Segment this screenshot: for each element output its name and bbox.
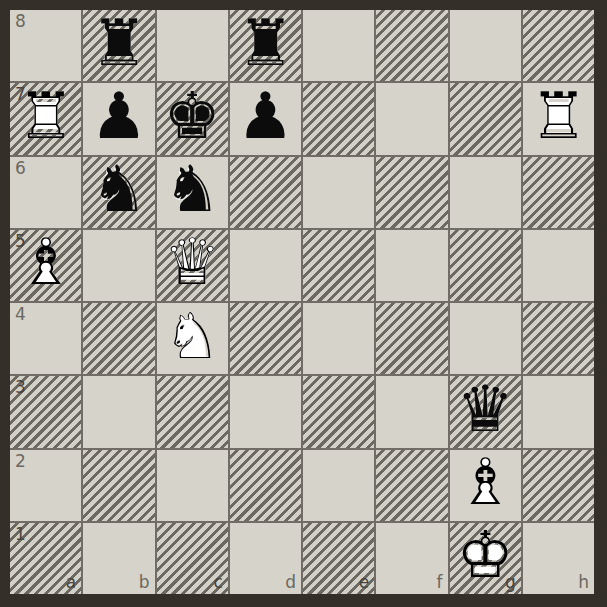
square-g1[interactable]: g♚♔ <box>450 523 521 594</box>
square-e4[interactable] <box>303 303 374 374</box>
rank-label-1: 1 <box>15 526 26 543</box>
square-g2[interactable]: ♝♗ <box>450 450 521 521</box>
black-pawn[interactable]: ♙♟ <box>83 83 154 154</box>
black-rook-glyph: ♜ <box>90 11 147 75</box>
square-f2[interactable] <box>376 450 447 521</box>
square-g7[interactable] <box>450 83 521 154</box>
black-king[interactable]: ♔♚ <box>157 83 228 154</box>
white-king[interactable]: ♚♔ <box>450 523 521 594</box>
white-rook-glyph: ♖ <box>530 84 587 148</box>
white-bishop-glyph: ♗ <box>456 451 513 515</box>
white-bishop[interactable]: ♝♗ <box>10 230 81 301</box>
square-c4[interactable]: ♞♘ <box>157 303 228 374</box>
square-d5[interactable] <box>230 230 301 301</box>
white-rook-glyph: ♖ <box>17 84 74 148</box>
white-rook[interactable]: ♜♖ <box>10 83 81 154</box>
square-f5[interactable] <box>376 230 447 301</box>
square-c1[interactable]: c <box>157 523 228 594</box>
square-c2[interactable] <box>157 450 228 521</box>
square-b7[interactable]: ♙♟ <box>83 83 154 154</box>
square-f4[interactable] <box>376 303 447 374</box>
black-knight[interactable]: ♘♞ <box>157 157 228 228</box>
square-a5[interactable]: 5♝♗ <box>10 230 81 301</box>
square-f3[interactable] <box>376 376 447 447</box>
black-pawn-glyph: ♟ <box>90 84 147 148</box>
rank-label-2: 2 <box>15 453 26 470</box>
square-d4[interactable] <box>230 303 301 374</box>
black-knight-glyph: ♞ <box>90 158 147 222</box>
square-b2[interactable] <box>83 450 154 521</box>
file-label-b: b <box>139 574 150 591</box>
square-d1[interactable]: d <box>230 523 301 594</box>
file-label-h: h <box>578 574 589 591</box>
black-rook[interactable]: ♖♜ <box>230 10 301 81</box>
square-c3[interactable] <box>157 376 228 447</box>
white-rook[interactable]: ♜♖ <box>523 83 594 154</box>
file-label-f: f <box>437 574 443 591</box>
square-d7[interactable]: ♙♟ <box>230 83 301 154</box>
square-c8[interactable] <box>157 10 228 81</box>
square-a1[interactable]: 1a <box>10 523 81 594</box>
square-g3[interactable]: ♕♛ <box>450 376 521 447</box>
square-e7[interactable] <box>303 83 374 154</box>
square-f8[interactable] <box>376 10 447 81</box>
rank-label-8: 8 <box>15 13 26 30</box>
square-h3[interactable] <box>523 376 594 447</box>
square-g4[interactable] <box>450 303 521 374</box>
white-queen-glyph: ♕ <box>163 231 220 295</box>
square-h1[interactable]: h <box>523 523 594 594</box>
black-queen-glyph: ♛ <box>456 377 513 441</box>
black-queen[interactable]: ♕♛ <box>450 376 521 447</box>
white-king-glyph: ♔ <box>456 524 513 588</box>
square-a4[interactable]: 4 <box>10 303 81 374</box>
square-b4[interactable] <box>83 303 154 374</box>
square-b3[interactable] <box>83 376 154 447</box>
file-label-e: e <box>359 574 369 591</box>
square-a3[interactable]: 3 <box>10 376 81 447</box>
square-e2[interactable] <box>303 450 374 521</box>
square-b6[interactable]: ♘♞ <box>83 157 154 228</box>
square-f6[interactable] <box>376 157 447 228</box>
white-bishop-glyph: ♗ <box>17 231 74 295</box>
black-knight[interactable]: ♘♞ <box>83 157 154 228</box>
square-d8[interactable]: ♖♜ <box>230 10 301 81</box>
square-a2[interactable]: 2 <box>10 450 81 521</box>
square-e6[interactable] <box>303 157 374 228</box>
rank-label-4: 4 <box>15 306 26 323</box>
square-e8[interactable] <box>303 10 374 81</box>
square-a7[interactable]: 7♜♖ <box>10 83 81 154</box>
board-frame: 8♖♜♖♜7♜♖♙♟♔♚♙♟♜♖6♘♞♘♞5♝♗♛♕4♞♘3♕♛2♝♗1abcd… <box>0 0 607 607</box>
square-c5[interactable]: ♛♕ <box>157 230 228 301</box>
square-d2[interactable] <box>230 450 301 521</box>
square-h5[interactable] <box>523 230 594 301</box>
black-king-glyph: ♚ <box>163 84 220 148</box>
square-e3[interactable] <box>303 376 374 447</box>
black-pawn[interactable]: ♙♟ <box>230 83 301 154</box>
white-queen[interactable]: ♛♕ <box>157 230 228 301</box>
chess-board: 8♖♜♖♜7♜♖♙♟♔♚♙♟♜♖6♘♞♘♞5♝♗♛♕4♞♘3♕♛2♝♗1abcd… <box>10 10 594 594</box>
square-e1[interactable]: e <box>303 523 374 594</box>
square-h4[interactable] <box>523 303 594 374</box>
square-b8[interactable]: ♖♜ <box>83 10 154 81</box>
rank-label-3: 3 <box>15 379 26 396</box>
black-knight-glyph: ♞ <box>163 158 220 222</box>
square-h6[interactable] <box>523 157 594 228</box>
rank-label-6: 6 <box>15 160 26 177</box>
square-f1[interactable]: f <box>376 523 447 594</box>
black-rook[interactable]: ♖♜ <box>83 10 154 81</box>
square-d3[interactable] <box>230 376 301 447</box>
square-g8[interactable] <box>450 10 521 81</box>
square-b1[interactable]: b <box>83 523 154 594</box>
square-b5[interactable] <box>83 230 154 301</box>
white-knight-glyph: ♘ <box>163 304 220 368</box>
square-c6[interactable]: ♘♞ <box>157 157 228 228</box>
square-c7[interactable]: ♔♚ <box>157 83 228 154</box>
file-label-c: c <box>213 574 222 591</box>
square-d6[interactable] <box>230 157 301 228</box>
square-h2[interactable] <box>523 450 594 521</box>
square-a8[interactable]: 8 <box>10 10 81 81</box>
black-pawn-glyph: ♟ <box>237 84 294 148</box>
white-knight[interactable]: ♞♘ <box>157 303 228 374</box>
square-h8[interactable] <box>523 10 594 81</box>
square-g5[interactable] <box>450 230 521 301</box>
square-g6[interactable] <box>450 157 521 228</box>
square-f7[interactable] <box>376 83 447 154</box>
square-h7[interactable]: ♜♖ <box>523 83 594 154</box>
file-label-d: d <box>285 574 296 591</box>
file-label-a: a <box>66 574 76 591</box>
black-rook-glyph: ♜ <box>237 11 294 75</box>
square-e5[interactable] <box>303 230 374 301</box>
square-a6[interactable]: 6 <box>10 157 81 228</box>
white-bishop[interactable]: ♝♗ <box>450 450 521 521</box>
